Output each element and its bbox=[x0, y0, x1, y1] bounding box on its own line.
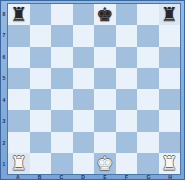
square-f6[interactable] bbox=[116, 47, 138, 68]
square-a3[interactable] bbox=[8, 110, 30, 131]
square-f5[interactable] bbox=[116, 68, 138, 89]
square-g7[interactable] bbox=[137, 25, 159, 46]
square-c8[interactable] bbox=[51, 4, 73, 25]
square-a8[interactable]: ♜ bbox=[8, 4, 30, 25]
square-c7[interactable] bbox=[51, 25, 73, 46]
file-label-f: F bbox=[116, 175, 138, 180]
square-g8[interactable] bbox=[137, 4, 159, 25]
square-g2[interactable] bbox=[137, 132, 159, 153]
square-d2[interactable] bbox=[73, 132, 95, 153]
square-h4[interactable] bbox=[159, 89, 181, 110]
file-label-g: G bbox=[138, 175, 160, 180]
white-rook-h1[interactable]: ♜ bbox=[159, 153, 181, 174]
file-label-b: B bbox=[29, 175, 51, 180]
square-f2[interactable] bbox=[116, 132, 138, 153]
square-c6[interactable] bbox=[51, 47, 73, 68]
square-e3[interactable] bbox=[94, 110, 116, 131]
black-rook-h8[interactable]: ♜ bbox=[159, 4, 181, 25]
square-h6[interactable] bbox=[159, 47, 181, 68]
file-label-d: D bbox=[72, 175, 94, 180]
square-d6[interactable] bbox=[73, 47, 95, 68]
square-g3[interactable] bbox=[137, 110, 159, 131]
file-label-e: E bbox=[94, 175, 116, 180]
chess-board-frame: 87654321 ♜♚♜♜♚♜ ABCDEFGH bbox=[0, 0, 185, 180]
square-f7[interactable] bbox=[116, 25, 138, 46]
square-g1[interactable] bbox=[137, 153, 159, 174]
square-e1[interactable]: ♚ bbox=[94, 153, 116, 174]
square-f8[interactable] bbox=[116, 4, 138, 25]
square-f4[interactable] bbox=[116, 89, 138, 110]
square-c3[interactable] bbox=[51, 110, 73, 131]
square-g4[interactable] bbox=[137, 89, 159, 110]
square-c5[interactable] bbox=[51, 68, 73, 89]
square-d8[interactable] bbox=[73, 4, 95, 25]
square-b6[interactable] bbox=[30, 47, 52, 68]
square-c4[interactable] bbox=[51, 89, 73, 110]
square-e5[interactable] bbox=[94, 68, 116, 89]
file-label-a: A bbox=[7, 175, 29, 180]
square-a7[interactable] bbox=[8, 25, 30, 46]
white-king-e1[interactable]: ♚ bbox=[94, 153, 116, 174]
square-e7[interactable] bbox=[94, 25, 116, 46]
square-g6[interactable] bbox=[137, 47, 159, 68]
square-b7[interactable] bbox=[30, 25, 52, 46]
file-label-c: C bbox=[51, 175, 73, 180]
square-d4[interactable] bbox=[73, 89, 95, 110]
black-king-e8[interactable]: ♚ bbox=[94, 4, 116, 25]
square-d1[interactable] bbox=[73, 153, 95, 174]
square-f1[interactable] bbox=[116, 153, 138, 174]
square-b8[interactable] bbox=[30, 4, 52, 25]
square-h1[interactable]: ♜ bbox=[159, 153, 181, 174]
square-e6[interactable] bbox=[94, 47, 116, 68]
square-a1[interactable]: ♜ bbox=[8, 153, 30, 174]
square-a5[interactable] bbox=[8, 68, 30, 89]
square-b4[interactable] bbox=[30, 89, 52, 110]
square-c2[interactable] bbox=[51, 132, 73, 153]
chess-board[interactable]: ♜♚♜♜♚♜ bbox=[7, 3, 181, 175]
square-c1[interactable] bbox=[51, 153, 73, 174]
black-rook-a8[interactable]: ♜ bbox=[8, 4, 30, 25]
square-e4[interactable] bbox=[94, 89, 116, 110]
square-d3[interactable] bbox=[73, 110, 95, 131]
square-a4[interactable] bbox=[8, 89, 30, 110]
square-b2[interactable] bbox=[30, 132, 52, 153]
square-e2[interactable] bbox=[94, 132, 116, 153]
square-e8[interactable]: ♚ bbox=[94, 4, 116, 25]
file-label-h: H bbox=[159, 175, 181, 180]
square-h3[interactable] bbox=[159, 110, 181, 131]
square-d5[interactable] bbox=[73, 68, 95, 89]
square-a2[interactable] bbox=[8, 132, 30, 153]
square-h5[interactable] bbox=[159, 68, 181, 89]
square-h7[interactable] bbox=[159, 25, 181, 46]
square-g5[interactable] bbox=[137, 68, 159, 89]
square-h2[interactable] bbox=[159, 132, 181, 153]
square-f3[interactable] bbox=[116, 110, 138, 131]
square-b5[interactable] bbox=[30, 68, 52, 89]
white-rook-a1[interactable]: ♜ bbox=[8, 153, 30, 174]
square-a6[interactable] bbox=[8, 47, 30, 68]
square-h8[interactable]: ♜ bbox=[159, 4, 181, 25]
square-b1[interactable] bbox=[30, 153, 52, 174]
file-labels: ABCDEFGH bbox=[7, 175, 181, 180]
square-d7[interactable] bbox=[73, 25, 95, 46]
square-b3[interactable] bbox=[30, 110, 52, 131]
